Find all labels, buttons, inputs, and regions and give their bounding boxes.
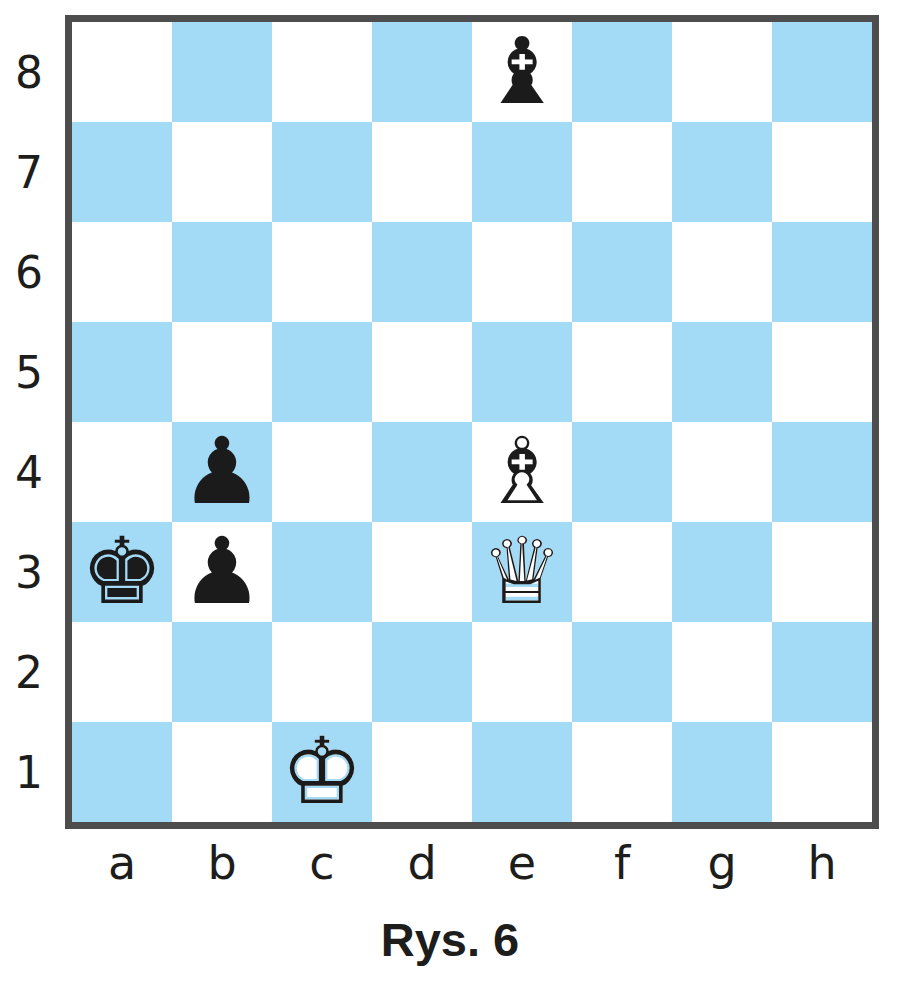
square-e8: ♝	[472, 22, 572, 122]
square-h4	[772, 422, 872, 522]
file-label-c: c	[272, 832, 372, 894]
piece-white-king: ♚♔	[281, 726, 363, 818]
square-h1	[772, 722, 872, 822]
board-grid: ♝♟♝♗♚♟♛♕♚♔	[72, 22, 872, 822]
square-d5	[372, 322, 472, 422]
square-b1	[172, 722, 272, 822]
square-g4	[672, 422, 772, 522]
square-f2	[572, 622, 672, 722]
square-b6	[172, 222, 272, 322]
rank-label-5: 5	[0, 322, 58, 422]
square-e1	[472, 722, 572, 822]
square-b3: ♟	[172, 522, 272, 622]
square-a8	[72, 22, 172, 122]
rank-label-6: 6	[0, 222, 58, 322]
square-c8	[272, 22, 372, 122]
file-label-f: f	[572, 832, 672, 894]
rank-label-8: 8	[0, 22, 58, 122]
square-g7	[672, 122, 772, 222]
figure-caption: Rys. 6	[0, 912, 900, 967]
file-label-d: d	[372, 832, 472, 894]
square-a4	[72, 422, 172, 522]
square-d3	[372, 522, 472, 622]
square-e6	[472, 222, 572, 322]
square-a1	[72, 722, 172, 822]
square-c7	[272, 122, 372, 222]
square-c1: ♚♔	[272, 722, 372, 822]
rank-label-7: 7	[0, 122, 58, 222]
chess-diagram: 87654321 ♝♟♝♗♚♟♛♕♚♔ abcdefgh Rys. 6	[0, 0, 900, 992]
square-h8	[772, 22, 872, 122]
square-e4: ♝♗	[472, 422, 572, 522]
square-f1	[572, 722, 672, 822]
square-c3	[272, 522, 372, 622]
square-f6	[572, 222, 672, 322]
square-f4	[572, 422, 672, 522]
square-b5	[172, 322, 272, 422]
square-f5	[572, 322, 672, 422]
square-b7	[172, 122, 272, 222]
piece-black-king: ♚	[81, 526, 163, 618]
square-a6	[72, 222, 172, 322]
square-f8	[572, 22, 672, 122]
file-labels: abcdefgh	[65, 832, 879, 894]
piece-black-pawn: ♟	[181, 426, 263, 518]
square-c4	[272, 422, 372, 522]
square-e2	[472, 622, 572, 722]
square-d4	[372, 422, 472, 522]
square-g8	[672, 22, 772, 122]
square-a7	[72, 122, 172, 222]
square-b2	[172, 622, 272, 722]
file-label-b: b	[172, 832, 272, 894]
square-a3: ♚	[72, 522, 172, 622]
piece-black-pawn: ♟	[181, 526, 263, 618]
square-d6	[372, 222, 472, 322]
rank-labels: 87654321	[0, 15, 58, 822]
piece-black-bishop: ♝	[481, 26, 563, 118]
square-d7	[372, 122, 472, 222]
square-g5	[672, 322, 772, 422]
rank-label-1: 1	[0, 722, 58, 822]
file-label-e: e	[472, 832, 572, 894]
square-h3	[772, 522, 872, 622]
square-d2	[372, 622, 472, 722]
square-c2	[272, 622, 372, 722]
piece-white-queen: ♛♕	[481, 526, 563, 618]
square-a5	[72, 322, 172, 422]
square-a2	[72, 622, 172, 722]
square-e7	[472, 122, 572, 222]
square-f7	[572, 122, 672, 222]
rank-label-3: 3	[0, 522, 58, 622]
square-e5	[472, 322, 572, 422]
square-g6	[672, 222, 772, 322]
square-b4: ♟	[172, 422, 272, 522]
square-d1	[372, 722, 472, 822]
square-c5	[272, 322, 372, 422]
chess-board: ♝♟♝♗♚♟♛♕♚♔	[65, 15, 879, 829]
file-label-h: h	[772, 832, 872, 894]
square-g3	[672, 522, 772, 622]
square-g2	[672, 622, 772, 722]
square-f3	[572, 522, 672, 622]
square-g1	[672, 722, 772, 822]
square-h7	[772, 122, 872, 222]
file-label-a: a	[72, 832, 172, 894]
file-label-g: g	[672, 832, 772, 894]
rank-label-4: 4	[0, 422, 58, 522]
square-d8	[372, 22, 472, 122]
rank-label-2: 2	[0, 622, 58, 722]
square-h6	[772, 222, 872, 322]
piece-white-bishop: ♝♗	[481, 426, 563, 518]
square-b8	[172, 22, 272, 122]
square-h5	[772, 322, 872, 422]
square-c6	[272, 222, 372, 322]
square-h2	[772, 622, 872, 722]
square-e3: ♛♕	[472, 522, 572, 622]
